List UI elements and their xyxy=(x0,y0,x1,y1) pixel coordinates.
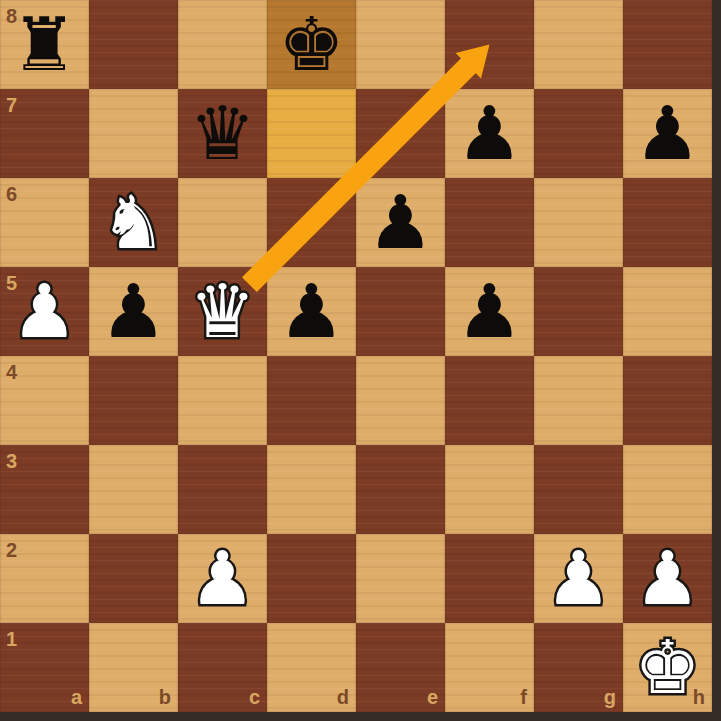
square-e4[interactable] xyxy=(356,356,445,445)
square-g5[interactable] xyxy=(534,267,623,356)
file-label-g: g xyxy=(604,686,616,709)
piece-white-knight-b6[interactable]: ♞ xyxy=(89,178,178,267)
square-f3[interactable] xyxy=(445,445,534,534)
square-b7[interactable] xyxy=(89,89,178,178)
rank-label-3: 3 xyxy=(6,450,17,473)
square-d6[interactable] xyxy=(267,178,356,267)
square-a4[interactable]: 4 xyxy=(0,356,89,445)
square-d2[interactable] xyxy=(267,534,356,623)
file-label-b: b xyxy=(159,686,171,709)
square-b1[interactable]: b xyxy=(89,623,178,712)
piece-white-queen-c5[interactable]: ♛ xyxy=(178,267,267,356)
file-label-d: d xyxy=(337,686,349,709)
square-f1[interactable]: f xyxy=(445,623,534,712)
rank-label-6: 6 xyxy=(6,183,17,206)
piece-black-queen-c7[interactable]: ♛ xyxy=(178,89,267,178)
square-d7[interactable] xyxy=(267,89,356,178)
square-h1[interactable]: h♚ xyxy=(623,623,712,712)
rank-label-4: 4 xyxy=(6,361,17,384)
piece-white-pawn-a5[interactable]: ♟ xyxy=(0,267,89,356)
square-g3[interactable] xyxy=(534,445,623,534)
square-d4[interactable] xyxy=(267,356,356,445)
square-c5[interactable]: ♛ xyxy=(178,267,267,356)
rank-label-7: 7 xyxy=(6,94,17,117)
square-g7[interactable] xyxy=(534,89,623,178)
piece-white-pawn-h2[interactable]: ♟ xyxy=(623,534,712,623)
piece-white-pawn-g2[interactable]: ♟ xyxy=(534,534,623,623)
square-a1[interactable]: 1a xyxy=(0,623,89,712)
square-c6[interactable] xyxy=(178,178,267,267)
square-h2[interactable]: ♟ xyxy=(623,534,712,623)
square-f6[interactable] xyxy=(445,178,534,267)
piece-white-pawn-c2[interactable]: ♟ xyxy=(178,534,267,623)
file-label-a: a xyxy=(71,686,82,709)
piece-black-pawn-e6[interactable]: ♟ xyxy=(356,178,445,267)
square-e3[interactable] xyxy=(356,445,445,534)
rank-label-1: 1 xyxy=(6,628,17,651)
square-c4[interactable] xyxy=(178,356,267,445)
square-a3[interactable]: 3 xyxy=(0,445,89,534)
square-g4[interactable] xyxy=(534,356,623,445)
square-g2[interactable]: ♟ xyxy=(534,534,623,623)
piece-black-king-d8[interactable]: ♚ xyxy=(267,0,356,89)
square-h3[interactable] xyxy=(623,445,712,534)
square-f7[interactable]: ♟ xyxy=(445,89,534,178)
piece-black-pawn-f5[interactable]: ♟ xyxy=(445,267,534,356)
square-d8[interactable]: ♚ xyxy=(267,0,356,89)
square-e8[interactable] xyxy=(356,0,445,89)
square-h7[interactable]: ♟ xyxy=(623,89,712,178)
chess-board: 8♜♚7♛♟♟6♞♟5♟♟♛♟♟432♟♟♟1abcdefgh♚ xyxy=(0,0,712,712)
square-e2[interactable] xyxy=(356,534,445,623)
square-f4[interactable] xyxy=(445,356,534,445)
square-f2[interactable] xyxy=(445,534,534,623)
square-b6[interactable]: ♞ xyxy=(89,178,178,267)
square-c8[interactable] xyxy=(178,0,267,89)
square-f5[interactable]: ♟ xyxy=(445,267,534,356)
square-f8[interactable] xyxy=(445,0,534,89)
square-b2[interactable] xyxy=(89,534,178,623)
square-g8[interactable] xyxy=(534,0,623,89)
piece-black-pawn-f7[interactable]: ♟ xyxy=(445,89,534,178)
piece-white-king-h1[interactable]: ♚ xyxy=(623,623,712,712)
square-e7[interactable] xyxy=(356,89,445,178)
square-a5[interactable]: 5♟ xyxy=(0,267,89,356)
piece-black-pawn-b5[interactable]: ♟ xyxy=(89,267,178,356)
piece-black-pawn-h7[interactable]: ♟ xyxy=(623,89,712,178)
piece-black-pawn-d5[interactable]: ♟ xyxy=(267,267,356,356)
file-label-e: e xyxy=(427,686,438,709)
file-label-f: f xyxy=(520,686,527,709)
square-g6[interactable] xyxy=(534,178,623,267)
square-h4[interactable] xyxy=(623,356,712,445)
square-b3[interactable] xyxy=(89,445,178,534)
square-g1[interactable]: g xyxy=(534,623,623,712)
square-d5[interactable]: ♟ xyxy=(267,267,356,356)
square-c2[interactable]: ♟ xyxy=(178,534,267,623)
square-a6[interactable]: 6 xyxy=(0,178,89,267)
square-b8[interactable] xyxy=(89,0,178,89)
rank-label-2: 2 xyxy=(6,539,17,562)
square-c1[interactable]: c xyxy=(178,623,267,712)
square-e6[interactable]: ♟ xyxy=(356,178,445,267)
square-d1[interactable]: d xyxy=(267,623,356,712)
square-c7[interactable]: ♛ xyxy=(178,89,267,178)
square-a2[interactable]: 2 xyxy=(0,534,89,623)
chess-board-stage: 8♜♚7♛♟♟6♞♟5♟♟♛♟♟432♟♟♟1abcdefgh♚ xyxy=(0,0,721,721)
piece-black-rook-a8[interactable]: ♜ xyxy=(0,0,89,89)
square-b4[interactable] xyxy=(89,356,178,445)
square-e1[interactable]: e xyxy=(356,623,445,712)
square-a8[interactable]: 8♜ xyxy=(0,0,89,89)
square-c3[interactable] xyxy=(178,445,267,534)
square-b5[interactable]: ♟ xyxy=(89,267,178,356)
square-a7[interactable]: 7 xyxy=(0,89,89,178)
file-label-c: c xyxy=(249,686,260,709)
square-h8[interactable] xyxy=(623,0,712,89)
square-h6[interactable] xyxy=(623,178,712,267)
square-d3[interactable] xyxy=(267,445,356,534)
square-h5[interactable] xyxy=(623,267,712,356)
square-e5[interactable] xyxy=(356,267,445,356)
